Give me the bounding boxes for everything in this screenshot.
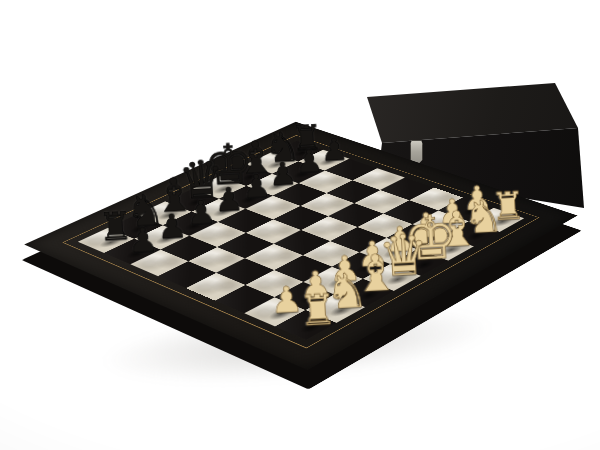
piece-white-rook: ♜ <box>298 290 338 332</box>
piece-black-pawn: ♟ <box>294 146 323 177</box>
piece-black-pawn: ♟ <box>214 183 245 215</box>
piece-black-pawn: ♟ <box>320 134 349 165</box>
board-perspective-scene: ♜♞♝♛♚♝♞♜♟♟♟♟♟♟♟♟♟♟♟♟♟♟♟♟♜♞♝♛♚♝♞♜ <box>0 0 600 450</box>
board-surface: ♜♞♝♛♚♝♞♜♟♟♟♟♟♟♟♟♟♟♟♟♟♟♟♟♜♞♝♛♚♝♞♜ <box>24 122 578 370</box>
piece-black-pawn: ♟ <box>268 158 298 189</box>
piece-black-pawn: ♟ <box>185 196 216 229</box>
piece-black-pawn: ♟ <box>127 223 159 256</box>
product-photo-scene: ♜♞♝♛♚♝♞♜♟♟♟♟♟♟♟♟♟♟♟♟♟♟♟♟♜♞♝♛♚♝♞♜ <box>0 0 600 450</box>
piece-black-pawn: ♟ <box>241 170 271 202</box>
piece-black-pawn: ♟ <box>156 210 187 243</box>
